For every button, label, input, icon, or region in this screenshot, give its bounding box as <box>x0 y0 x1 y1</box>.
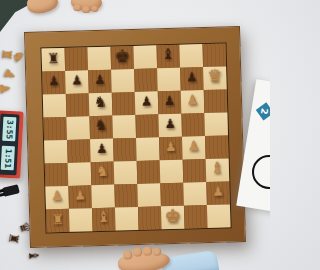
clock-display-right: 1:51 <box>1 146 15 171</box>
top-player-left-hand <box>26 0 59 15</box>
board-playing-area: ♜♚♝♟♟♟♟♛♞♟♟♟♞♟♟♟♟♞♝♟♟♟♜♝♚ <box>40 42 231 233</box>
piece-white-bishop-h3: ♝ <box>206 156 230 180</box>
bottom-player-hands <box>117 247 171 270</box>
piece-black-knight-c5: ♞ <box>89 114 113 138</box>
pieces-layer: ♜♚♝♟♟♟♟♛♞♟♟♟♞♟♟♟♟♞♝♟♟♟♜♝♚ <box>41 43 230 232</box>
piece-black-pawn-c4: ♟ <box>90 137 114 161</box>
captured-black-bishop: ♝ <box>27 249 41 262</box>
piece-white-rook-a1: ♜ <box>46 207 70 231</box>
piece-black-bishop-f8: ♝ <box>156 43 180 67</box>
chess-board: ♜♚♝♟♟♟♟♛♞♟♟♟♞♟♟♟♟♞♝♟♟♟♜♝♚ <box>24 26 246 248</box>
piece-black-pawn-f6: ♟ <box>158 89 182 113</box>
captured-white-pawn: ♟ <box>1 66 18 82</box>
piece-black-pawn-b7: ♟ <box>65 68 89 92</box>
piece-black-knight-c6: ♞ <box>89 91 113 115</box>
piece-white-queen-h7: ♛ <box>203 64 227 88</box>
piece-black-king-d8: ♚ <box>110 44 134 68</box>
piece-black-pawn-g7: ♟ <box>180 65 204 89</box>
piece-white-king-f1: ♚ <box>161 204 185 228</box>
piece-black-pawn-e6: ♟ <box>135 89 159 113</box>
piece-white-knight-c3: ♞ <box>91 160 115 184</box>
piece-white-pawn-g6: ♟ <box>181 88 205 112</box>
top-player-right-hand <box>70 0 103 13</box>
clock-face: 3:55 1:51 <box>0 114 20 176</box>
piece-black-rook-a8: ♜ <box>41 46 65 70</box>
piece-white-pawn-g4: ♟ <box>182 134 206 158</box>
captured-white-pawn: ♟ <box>0 82 12 95</box>
piece-black-pawn-f5: ♟ <box>158 112 182 136</box>
piece-white-pawn-f4: ♟ <box>159 135 183 159</box>
piece-black-pawn-c7: ♟ <box>88 68 112 92</box>
clock-display-left: 3:55 <box>2 117 16 142</box>
captured-black-rook: ♜ <box>6 232 21 246</box>
scoresheet-logo-icon: 2 <box>256 102 270 120</box>
piece-white-pawn-a2: ♟ <box>45 184 69 208</box>
piece-white-pawn-h2: ♟ <box>206 179 230 203</box>
piece-white-pawn-b2: ♟ <box>68 183 92 207</box>
scoresheet-logo-text: 2 <box>259 108 270 116</box>
piece-white-bishop-c1: ♝ <box>92 206 116 230</box>
piece-black-pawn-a7: ♟ <box>42 69 66 93</box>
cable-plug <box>2 184 20 197</box>
chess-clock: 3:55 1:51 <box>0 110 24 178</box>
